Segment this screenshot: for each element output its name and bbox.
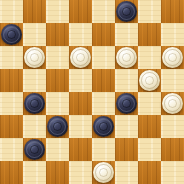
black-checker-piece[interactable] — [1, 24, 22, 45]
square-d5[interactable] — [69, 69, 92, 92]
square-h2[interactable] — [161, 138, 184, 161]
square-a4[interactable] — [0, 92, 23, 115]
black-checker-piece[interactable] — [93, 116, 114, 137]
square-d4[interactable] — [69, 92, 92, 115]
square-c7[interactable] — [46, 23, 69, 46]
square-e6[interactable] — [92, 46, 115, 69]
square-g5[interactable] — [138, 69, 161, 92]
square-c4[interactable] — [46, 92, 69, 115]
square-d7[interactable] — [69, 23, 92, 46]
square-c1[interactable] — [46, 161, 69, 184]
square-h5[interactable] — [161, 69, 184, 92]
square-c2[interactable] — [46, 138, 69, 161]
square-g4[interactable] — [138, 92, 161, 115]
white-checker-piece[interactable] — [116, 47, 137, 68]
white-checker-piece[interactable] — [24, 47, 45, 68]
square-a8[interactable] — [0, 0, 23, 23]
square-a7[interactable] — [0, 23, 23, 46]
checkers-board — [0, 0, 184, 184]
square-f6[interactable] — [115, 46, 138, 69]
square-a3[interactable] — [0, 115, 23, 138]
square-c8[interactable] — [46, 0, 69, 23]
square-g1[interactable] — [138, 161, 161, 184]
square-b3[interactable] — [23, 115, 46, 138]
square-h1[interactable] — [161, 161, 184, 184]
square-b8[interactable] — [23, 0, 46, 23]
black-checker-piece[interactable] — [116, 93, 137, 114]
square-d3[interactable] — [69, 115, 92, 138]
square-h7[interactable] — [161, 23, 184, 46]
white-checker-piece[interactable] — [162, 47, 183, 68]
square-b6[interactable] — [23, 46, 46, 69]
square-f8[interactable] — [115, 0, 138, 23]
square-h6[interactable] — [161, 46, 184, 69]
square-f1[interactable] — [115, 161, 138, 184]
square-e8[interactable] — [92, 0, 115, 23]
square-d2[interactable] — [69, 138, 92, 161]
square-d8[interactable] — [69, 0, 92, 23]
square-d6[interactable] — [69, 46, 92, 69]
square-f3[interactable] — [115, 115, 138, 138]
white-checker-piece[interactable] — [162, 93, 183, 114]
square-b4[interactable] — [23, 92, 46, 115]
square-g8[interactable] — [138, 0, 161, 23]
white-checker-piece[interactable] — [93, 162, 114, 183]
square-b5[interactable] — [23, 69, 46, 92]
square-b1[interactable] — [23, 161, 46, 184]
square-a6[interactable] — [0, 46, 23, 69]
square-c6[interactable] — [46, 46, 69, 69]
square-b2[interactable] — [23, 138, 46, 161]
square-f5[interactable] — [115, 69, 138, 92]
square-f4[interactable] — [115, 92, 138, 115]
square-f7[interactable] — [115, 23, 138, 46]
square-e4[interactable] — [92, 92, 115, 115]
square-e2[interactable] — [92, 138, 115, 161]
square-g3[interactable] — [138, 115, 161, 138]
square-f2[interactable] — [115, 138, 138, 161]
white-checker-piece[interactable] — [139, 70, 160, 91]
square-e5[interactable] — [92, 69, 115, 92]
square-a1[interactable] — [0, 161, 23, 184]
black-checker-piece[interactable] — [116, 1, 137, 22]
black-checker-piece[interactable] — [47, 116, 68, 137]
square-e7[interactable] — [92, 23, 115, 46]
square-e1[interactable] — [92, 161, 115, 184]
square-a2[interactable] — [0, 138, 23, 161]
square-c5[interactable] — [46, 69, 69, 92]
square-e3[interactable] — [92, 115, 115, 138]
square-h3[interactable] — [161, 115, 184, 138]
square-g6[interactable] — [138, 46, 161, 69]
square-g2[interactable] — [138, 138, 161, 161]
white-checker-piece[interactable] — [70, 47, 91, 68]
black-checker-piece[interactable] — [24, 93, 45, 114]
square-c3[interactable] — [46, 115, 69, 138]
square-h4[interactable] — [161, 92, 184, 115]
square-h8[interactable] — [161, 0, 184, 23]
black-checker-piece[interactable] — [24, 139, 45, 160]
square-b7[interactable] — [23, 23, 46, 46]
square-g7[interactable] — [138, 23, 161, 46]
square-a5[interactable] — [0, 69, 23, 92]
square-d1[interactable] — [69, 161, 92, 184]
